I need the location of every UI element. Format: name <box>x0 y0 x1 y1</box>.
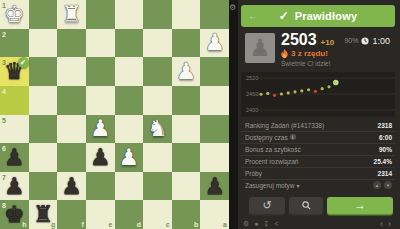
square-b1[interactable] <box>172 0 201 29</box>
stat-row-2: Bonus za szybkość90% <box>241 143 395 155</box>
white-pawn-d6[interactable]: ♟ <box>119 146 140 169</box>
file-label-g: g <box>51 221 55 228</box>
correct-banner: ← ✓ Prawidłowy <box>241 5 395 27</box>
black-pawn-f7[interactable]: ♟ <box>61 175 82 198</box>
puzzle-thumbnail: ♟ <box>245 33 275 63</box>
clock-icon <box>361 37 369 45</box>
settings-gear-icon[interactable]: ⚙ <box>243 220 249 228</box>
square-g4[interactable] <box>29 86 58 115</box>
square-c1[interactable] <box>143 0 172 29</box>
square-e6[interactable]: ♟ <box>86 143 115 172</box>
square-b7[interactable] <box>172 172 201 201</box>
footer-icon-bar: ⚙●↧<‹› <box>241 219 395 229</box>
correct-move-badge: ✓ <box>18 57 29 68</box>
rank-label-8: 8 <box>2 202 6 209</box>
square-b6[interactable] <box>172 143 201 172</box>
chart-ytick-2520: 2520 <box>246 75 258 81</box>
black-pawn-a7[interactable]: ♟ <box>204 175 225 198</box>
square-d4[interactable] <box>115 86 144 115</box>
stat-value: 6:00 <box>379 134 392 141</box>
square-f2[interactable] <box>57 29 86 58</box>
puzzle-app: 1♚♜2♟3♛✓♟45♟♞6♟♟♟7♟♟♟8h♚g♜fedcba ⚙ ← ✓ P… <box>0 0 400 229</box>
file-label-a: a <box>223 221 227 228</box>
square-g7[interactable] <box>29 172 58 201</box>
next-puzzle-button[interactable]: → <box>327 197 393 214</box>
square-g2[interactable] <box>29 29 58 58</box>
stat-label: Procent rozwiązań <box>245 158 298 165</box>
square-c2[interactable] <box>143 29 172 58</box>
black-pawn-e6[interactable]: ♟ <box>90 146 111 169</box>
square-e5[interactable]: ♟ <box>86 115 115 144</box>
stat-row-1: Dostępny czasi6:00 <box>241 131 395 143</box>
pawn-thumbnail-icon: ♟ <box>249 36 271 60</box>
chevron-down-icon: ▾ <box>297 182 300 189</box>
white-rook-f1[interactable]: ♜ <box>61 3 82 26</box>
elapsed-time: 1:00 <box>372 36 390 46</box>
square-c5[interactable]: ♞ <box>143 115 172 144</box>
square-e3[interactable] <box>86 57 115 86</box>
stat-value: 25.4% <box>374 158 392 165</box>
square-e4[interactable] <box>86 86 115 115</box>
stat-label: Zasugeruj motyw▾ <box>245 182 300 189</box>
square-a8[interactable]: a <box>200 200 229 229</box>
square-e7[interactable] <box>86 172 115 201</box>
square-h3[interactable]: 3♛✓ <box>0 57 29 86</box>
square-a3[interactable] <box>200 57 229 86</box>
square-h8[interactable]: 8h♚ <box>0 200 29 229</box>
stat-row-3: Procent rozwiązań25.4% <box>241 155 395 167</box>
check-icon: ✓ <box>279 9 289 23</box>
square-b8[interactable]: b <box>172 200 201 229</box>
square-f4[interactable] <box>57 86 86 115</box>
square-g5[interactable] <box>29 115 58 144</box>
square-h5[interactable]: 5 <box>0 115 29 144</box>
analysis-button[interactable] <box>289 197 323 214</box>
file-label-b: b <box>194 221 198 228</box>
stat-label: Próby <box>245 170 262 177</box>
square-c6[interactable] <box>143 143 172 172</box>
square-f5[interactable] <box>57 115 86 144</box>
prev-puzzle-chevron-icon[interactable]: ‹ <box>380 219 383 229</box>
stat-row-5[interactable]: Zasugeruj motyw▾▴▾ <box>241 179 395 191</box>
rank-label-7: 7 <box>2 174 6 181</box>
stat-value: 2318 <box>378 122 392 129</box>
magnifier-icon <box>302 201 311 210</box>
stat-label: Dostępny czasi <box>245 134 296 141</box>
white-king-h1[interactable]: ♚ <box>4 3 25 26</box>
square-a7[interactable]: ♟ <box>200 172 229 201</box>
square-a1[interactable] <box>200 0 229 29</box>
chess-board[interactable]: 1♚♜2♟3♛✓♟45♟♞6♟♟♟7♟♟♟8h♚g♜fedcba <box>0 0 229 229</box>
square-d7[interactable] <box>115 172 144 201</box>
back-arrow-icon[interactable]: ← <box>248 10 258 21</box>
stat-row-0: Ranking Zadań (#1417338)2318 <box>241 120 395 131</box>
chart-ytick-2460: 2460 <box>246 91 258 97</box>
stat-label: Bonus za szybkość <box>245 146 301 153</box>
stat-value: 2314 <box>378 170 392 177</box>
thumbs-down-icon[interactable]: ▾ <box>384 181 392 189</box>
square-d8[interactable]: d <box>115 200 144 229</box>
square-c8[interactable]: c <box>143 200 172 229</box>
square-g1[interactable] <box>29 0 58 29</box>
square-b4[interactable] <box>172 86 201 115</box>
user-rating-row: ♟ 2503 +10 3 z rzędu! Świetnie Ci idzie!… <box>241 32 395 69</box>
stat-row-4: Próby2314 <box>241 167 395 179</box>
file-label-d: d <box>137 221 141 228</box>
square-a5[interactable] <box>200 115 229 144</box>
streak-label: 3 z rzędu! <box>291 49 328 58</box>
rating-delta: +10 <box>321 38 335 47</box>
square-f3[interactable] <box>57 57 86 86</box>
file-label-c: c <box>166 221 170 228</box>
puzzle-stats-list: Ranking Zadań (#1417338)2318Dostępny cza… <box>241 120 395 191</box>
stat-value: 90% <box>379 146 392 153</box>
square-g8[interactable]: g♜ <box>29 200 58 229</box>
square-a6[interactable] <box>200 143 229 172</box>
rank-label-6: 6 <box>2 145 6 152</box>
square-e2[interactable] <box>86 29 115 58</box>
theme-circle-icon[interactable]: ● <box>254 220 258 227</box>
next-puzzle-chevron-icon[interactable]: › <box>388 219 391 229</box>
correct-banner-label: Prawidłowy <box>295 10 358 22</box>
chart-ytick-2400: 2400 <box>246 107 258 113</box>
square-c3[interactable] <box>143 57 172 86</box>
rank-label-5: 5 <box>2 117 6 124</box>
white-pawn-b3[interactable]: ♟ <box>176 60 197 83</box>
square-c4[interactable] <box>143 86 172 115</box>
square-h4[interactable]: 4 <box>0 86 29 115</box>
rank-label-1: 1 <box>2 2 6 9</box>
file-label-f: f <box>82 221 84 228</box>
black-pawn-h6[interactable]: ♟ <box>4 146 25 169</box>
black-pawn-h7[interactable]: ♟ <box>4 175 25 198</box>
square-e1[interactable] <box>86 0 115 29</box>
square-f7[interactable]: ♟ <box>57 172 86 201</box>
square-h7[interactable]: 7♟ <box>0 172 29 201</box>
square-f8[interactable]: f <box>57 200 86 229</box>
square-b5[interactable] <box>172 115 201 144</box>
rating-chart: 252024602400 <box>241 72 395 117</box>
info-icon[interactable]: i <box>290 134 296 140</box>
puzzle-rating: 2503 <box>281 32 317 49</box>
square-f1[interactable]: ♜ <box>57 0 86 29</box>
share-icon[interactable]: < <box>274 220 278 227</box>
flame-icon <box>281 49 288 58</box>
square-d5[interactable] <box>115 115 144 144</box>
square-h6[interactable]: 6♟ <box>0 143 29 172</box>
square-d1[interactable] <box>115 0 144 29</box>
square-e8[interactable]: e <box>86 200 115 229</box>
square-a2[interactable]: ♟ <box>200 29 229 58</box>
square-a4[interactable] <box>200 86 229 115</box>
download-icon[interactable]: ↧ <box>264 220 270 228</box>
timer-group: 90% 1:00 <box>344 36 390 46</box>
square-g3[interactable] <box>29 57 58 86</box>
square-d6[interactable]: ♟ <box>115 143 144 172</box>
square-b2[interactable] <box>172 29 201 58</box>
rank-label-2: 2 <box>2 31 6 38</box>
board-panel-divider: ⚙ <box>229 0 238 229</box>
white-knight-c5[interactable]: ♞ <box>147 117 168 140</box>
white-pawn-a2[interactable]: ♟ <box>204 31 225 54</box>
thumbs-up-icon[interactable]: ▴ <box>373 181 381 189</box>
stat-label: Ranking Zadań (#1417338) <box>245 122 324 129</box>
board-settings-gear-icon[interactable]: ⚙ <box>229 3 236 12</box>
square-b3[interactable]: ♟ <box>172 57 201 86</box>
square-h1[interactable]: 1♚ <box>0 0 29 29</box>
rank-label-3: 3 <box>2 59 6 66</box>
square-c7[interactable] <box>143 172 172 201</box>
file-label-e: e <box>109 221 113 228</box>
white-pawn-e5[interactable]: ♟ <box>90 117 111 140</box>
encouragement-text: Świetnie Ci idzie! <box>281 60 334 67</box>
square-h2[interactable]: 2 <box>0 29 29 58</box>
side-panel: ← ✓ Prawidłowy ♟ 2503 +10 3 z rzędu! <box>238 0 400 229</box>
control-bar: ↺ → <box>241 197 395 214</box>
file-label-h: h <box>22 221 26 228</box>
bonus-percent: 90% <box>344 37 358 44</box>
rank-label-4: 4 <box>2 88 6 95</box>
retry-button[interactable]: ↺ <box>249 197 285 214</box>
square-d3[interactable] <box>115 57 144 86</box>
square-d2[interactable] <box>115 29 144 58</box>
square-f6[interactable] <box>57 143 86 172</box>
square-g6[interactable] <box>29 143 58 172</box>
